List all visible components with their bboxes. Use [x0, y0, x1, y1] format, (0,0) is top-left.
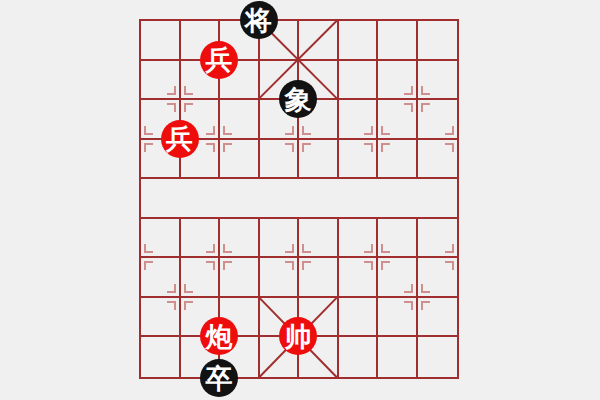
river-cell: [181, 179, 221, 219]
river-cell: [418, 179, 458, 219]
board-cell: [220, 140, 260, 180]
board-cell: [141, 21, 181, 61]
board-cell: [378, 140, 418, 180]
board-cell: [378, 298, 418, 338]
board-cell: [418, 140, 458, 180]
board-cell: [418, 21, 458, 61]
river-cell: [378, 179, 418, 219]
board-cell: [339, 61, 379, 101]
river-cell: [220, 179, 260, 219]
piece-glyph: 帅: [285, 323, 312, 350]
board-cell: [339, 219, 379, 259]
piece-red-general[interactable]: 帅: [279, 317, 317, 355]
river-cell: [260, 179, 300, 219]
board-cell: [339, 140, 379, 180]
board-cell: [299, 258, 339, 298]
board-cell: [141, 258, 181, 298]
board-cell: [339, 337, 379, 377]
piece-black-soldier[interactable]: 卒: [200, 359, 238, 397]
board-cell: [299, 219, 339, 259]
piece-glyph: 卒: [206, 365, 233, 392]
piece-glyph: 象: [285, 86, 312, 113]
river-cell: [299, 179, 339, 219]
piece-red-soldier-1[interactable]: 兵: [200, 41, 238, 79]
board-cell: [378, 337, 418, 377]
river-cell: [141, 179, 181, 219]
piece-glyph: 将: [245, 7, 272, 34]
board-cell: [220, 258, 260, 298]
board-cell: [220, 100, 260, 140]
board-cell: [339, 258, 379, 298]
board-cell: [339, 100, 379, 140]
board-cell: [418, 219, 458, 259]
board-cell: [181, 258, 221, 298]
board-cell: [141, 337, 181, 377]
piece-glyph: 兵: [206, 46, 233, 73]
board-cell: [418, 298, 458, 338]
board-cell: [141, 61, 181, 101]
board-cell: [339, 21, 379, 61]
piece-red-cannon[interactable]: 炮: [200, 317, 238, 355]
board-cell: [378, 219, 418, 259]
board-cell: [141, 219, 181, 259]
board-cell: [378, 61, 418, 101]
piece-glyph: 炮: [206, 323, 233, 350]
board-cell: [378, 100, 418, 140]
board-cell: [299, 21, 339, 61]
board-cell: [339, 298, 379, 338]
board-cell: [260, 140, 300, 180]
board-cell: [260, 219, 300, 259]
xiangqi-diagram: 将兵象兵炮帅卒: [0, 0, 600, 400]
board-cell: [418, 61, 458, 101]
board-cell: [418, 337, 458, 377]
board-cell: [299, 140, 339, 180]
piece-glyph: 兵: [166, 125, 193, 152]
board-cell: [378, 258, 418, 298]
board-cell: [378, 21, 418, 61]
river-cell: [339, 179, 379, 219]
board-cell: [220, 219, 260, 259]
board-cell: [418, 258, 458, 298]
piece-black-general[interactable]: 将: [240, 1, 278, 39]
board-cell: [260, 258, 300, 298]
board-cell: [141, 298, 181, 338]
piece-red-soldier-2[interactable]: 兵: [161, 120, 199, 158]
board-cell: [181, 219, 221, 259]
board-cell: [418, 100, 458, 140]
piece-black-elephant[interactable]: 象: [279, 80, 317, 118]
